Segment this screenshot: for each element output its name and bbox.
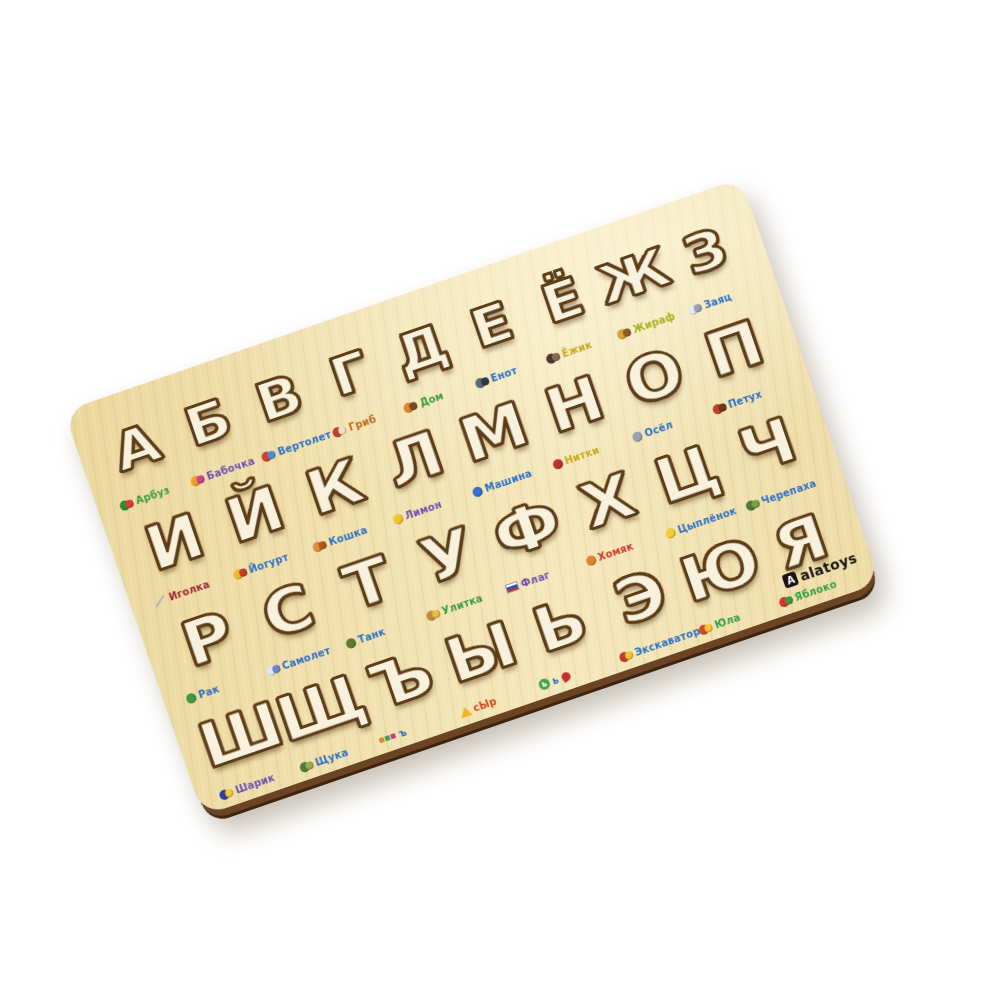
dot <box>664 526 677 539</box>
needle-line <box>155 594 164 607</box>
letter-shape-Д: Д <box>388 316 454 382</box>
wooden-alphabet-puzzle-board: ААрбузББабочкаВВертолетГГрибДДомЕЕнотЁЁж… <box>64 178 880 816</box>
cutout-rows: ААрбузББабочкаВВертолетГГрибДДомЕЕнотЁЁж… <box>64 178 880 816</box>
lemon-icon <box>391 513 404 526</box>
bird-silhouette <box>559 670 572 683</box>
chick-icon <box>664 526 677 539</box>
needle-icon <box>153 598 167 604</box>
spinning-top-icon <box>697 622 713 636</box>
cheese-icon <box>458 705 473 718</box>
letter-shape-Й: Й <box>218 477 291 552</box>
block <box>390 733 396 739</box>
apple-icon <box>777 594 793 608</box>
excavator-icon <box>617 649 633 663</box>
letter-shape-У: У <box>413 519 482 593</box>
letter-shape-З: З <box>677 220 733 283</box>
hamster-icon <box>584 554 597 567</box>
flag-stripes <box>504 581 519 594</box>
letter-shape-В: В <box>250 366 309 430</box>
thread-spool-icon <box>551 458 564 471</box>
dot <box>471 485 484 498</box>
letter-shape-А: А <box>107 415 167 479</box>
letter-shape-Т: Т <box>336 547 399 619</box>
letter-badge: ь <box>537 677 551 691</box>
letter-shape-И: И <box>138 504 211 579</box>
puzzle-board-wrapper: ААрбузББабочкаВВертолетГГрибДДомЕЕнотЁЁж… <box>64 178 880 816</box>
letter-shape-Щ: Щ <box>269 664 373 750</box>
pike-fish-icon <box>298 759 314 773</box>
dot <box>703 623 713 633</box>
dot <box>408 400 418 410</box>
product-photo-stage: ААрбузББабочкаВВертолетГГрибДДомЕЕнотЁЁж… <box>0 0 1000 1000</box>
letter-shape-Ю: Ю <box>673 528 767 610</box>
letter-shape-Х: Х <box>573 464 642 538</box>
dot <box>345 637 358 650</box>
crayfish-icon <box>185 692 198 705</box>
word-Ъ: ъ <box>397 726 408 739</box>
letter-shape-Ь: Ь <box>527 588 595 661</box>
letter-shape-К: К <box>299 449 370 524</box>
letter-shape-Ф: Ф <box>486 489 569 567</box>
alatoys-logo-icon: A <box>782 571 800 589</box>
letter-shape-С: С <box>255 574 321 647</box>
letter-shape-Ё: Ё <box>536 269 591 331</box>
letter-shape-Е: Е <box>465 294 520 356</box>
letter-shape-Н: Н <box>538 367 611 442</box>
dot <box>195 474 205 484</box>
toy-blocks-icon <box>379 733 398 744</box>
dot <box>185 692 198 705</box>
letter-shape-Э: Э <box>607 561 673 634</box>
dot <box>317 540 327 550</box>
dot <box>266 449 276 459</box>
letter-shape-Ж: Ж <box>592 239 676 311</box>
dot <box>631 430 644 443</box>
soft-sign-badge-icon: ь <box>537 677 551 691</box>
dot <box>224 788 234 798</box>
tank-icon <box>345 637 358 650</box>
letter-shape-Г: Г <box>324 343 376 404</box>
letter-shape-Ы: Ы <box>438 612 523 691</box>
balloons-icon <box>218 787 234 801</box>
letter-shape-Б: Б <box>179 391 238 455</box>
car-icon <box>471 485 484 498</box>
letter-shape-М: М <box>453 392 536 471</box>
dot <box>391 513 404 526</box>
letter-shape-П: П <box>698 312 771 387</box>
bullfinch-bird-icon <box>560 671 571 682</box>
dot <box>337 425 347 435</box>
donkey-icon <box>631 430 644 443</box>
word-Ь: ь <box>551 674 561 687</box>
letter-shape-Ъ: Ъ <box>361 641 440 718</box>
letter-shape-О: О <box>617 339 691 414</box>
letter-shape-Ч: Ч <box>732 408 803 482</box>
letter-shape-Р: Р <box>175 602 241 675</box>
dot <box>124 498 134 508</box>
letter-shape-Ц: Ц <box>648 435 726 512</box>
letter-shape-Л: Л <box>378 422 450 497</box>
dot <box>584 554 597 567</box>
dot <box>551 458 564 471</box>
cheese-wedge <box>458 705 473 718</box>
russian-flag-icon <box>504 581 519 594</box>
